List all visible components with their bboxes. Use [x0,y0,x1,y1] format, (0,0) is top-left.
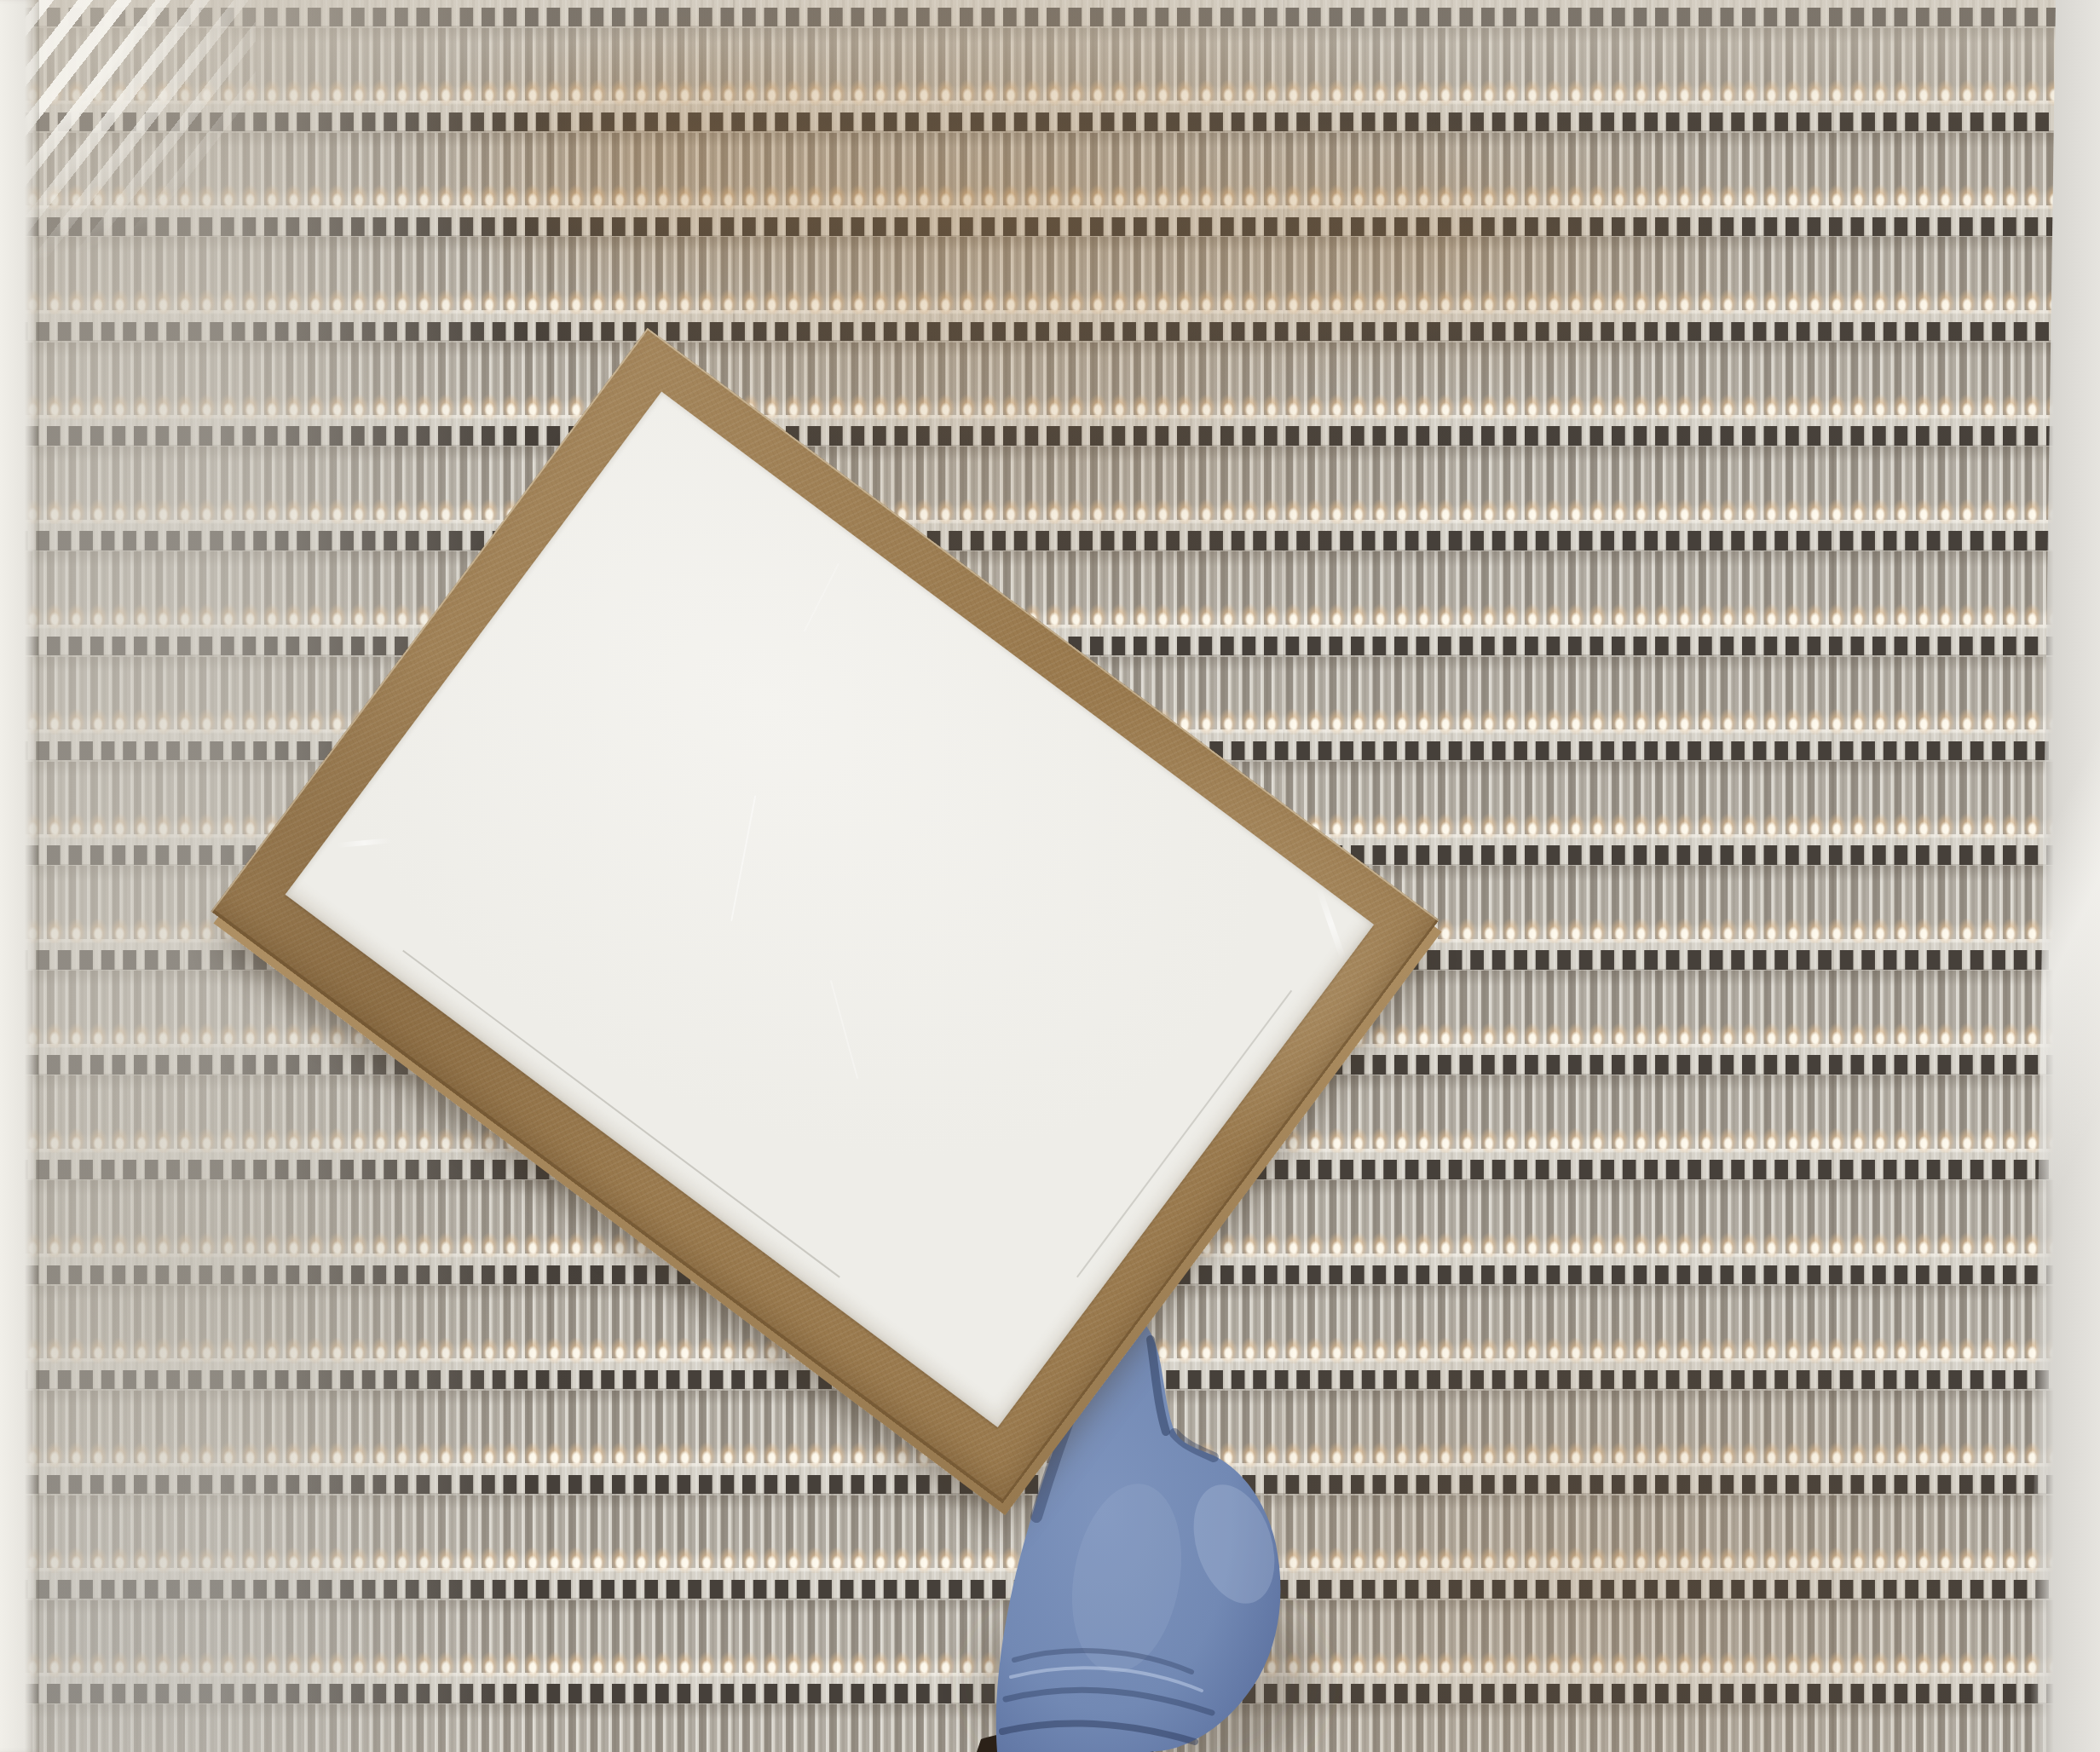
photo-canvas: Overhead photograph: a 10x7 black-and-wh… [0,0,2100,1752]
